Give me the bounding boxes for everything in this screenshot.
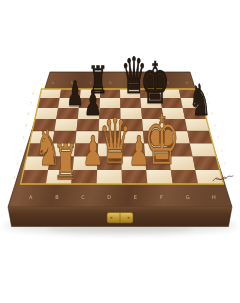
square-h3[interactable]	[190, 144, 216, 157]
file-label-g: G	[186, 194, 190, 200]
square-h1[interactable]	[195, 170, 223, 184]
file-label-d: D	[107, 194, 111, 200]
file-label-b: B	[55, 194, 59, 200]
file-label-h: H	[212, 194, 216, 200]
rank-label-6: 6	[27, 111, 30, 116]
piece-black-knight-h6[interactable]: ♞	[187, 92, 214, 122]
square-h4[interactable]	[187, 131, 212, 144]
knight-glyph: ♞	[189, 78, 212, 121]
rank-label-right-5: 5	[214, 123, 217, 128]
product-photo: AABBCCDDEEFFGGHH8877665544332211 ♜♛♟♚♟♞♞…	[0, 0, 240, 303]
file-label-e: E	[134, 194, 137, 200]
square-a8[interactable]	[40, 89, 62, 98]
rank-label-5: 5	[25, 123, 28, 128]
clasp-screw-left	[110, 217, 112, 219]
square-a7[interactable]	[37, 98, 59, 108]
file-label-a: A	[29, 194, 33, 200]
square-h2[interactable]	[193, 157, 220, 171]
piece-white-king-f2[interactable]: ♚	[140, 127, 183, 175]
rank-label-1: 1	[13, 175, 16, 180]
clasp-screw-right	[127, 217, 129, 219]
rook-glyph: ♜	[53, 138, 79, 187]
rank-label-right-3: 3	[220, 148, 223, 153]
rank-label-right-2: 2	[224, 161, 227, 166]
square-a6[interactable]	[35, 108, 58, 119]
rank-label-3: 3	[19, 148, 22, 153]
rank-label-2: 2	[16, 161, 19, 166]
file-label-c: C	[81, 194, 85, 200]
piece-white-rook-b1[interactable]: ♜	[50, 153, 80, 187]
rank-label-4: 4	[22, 135, 25, 140]
rank-label-8: 8	[32, 91, 35, 96]
rank-label-right-4: 4	[217, 135, 220, 140]
rank-label-7: 7	[30, 101, 33, 106]
king-glyph: ♚	[144, 106, 180, 175]
file-label-f: F	[160, 194, 163, 200]
